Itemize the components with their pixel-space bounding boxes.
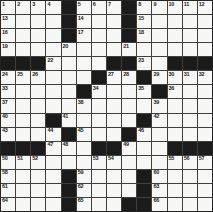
- clue-number-51: 51: [17, 155, 23, 162]
- white-cell-r7c13[interactable]: [183, 85, 197, 98]
- clue-number-46: 46: [138, 127, 144, 134]
- white-cell-r6c8[interactable]: 27: [107, 71, 121, 84]
- white-cell-r1c1[interactable]: 1: [1, 1, 15, 14]
- white-cell-r10c3[interactable]: [31, 128, 45, 141]
- white-cell-r6c3[interactable]: 26: [31, 71, 45, 84]
- black-cell-r14c10: [137, 184, 151, 197]
- white-cell-r9c14[interactable]: [198, 114, 212, 127]
- white-cell-r13c12[interactable]: [168, 170, 182, 183]
- clue-number-13: 13: [2, 15, 8, 22]
- black-cell-r13c10: [137, 170, 151, 183]
- white-cell-r14c14[interactable]: [198, 184, 212, 197]
- white-cell-r2c10[interactable]: 15: [137, 15, 151, 28]
- white-cell-r7c12[interactable]: 36: [168, 85, 182, 98]
- black-cell-r5c9: [122, 57, 136, 70]
- black-cell-r11c2: [16, 142, 30, 155]
- white-cell-r11c5[interactable]: 48: [62, 142, 76, 155]
- white-cell-r15c1[interactable]: 64: [1, 198, 15, 211]
- white-cell-r1c13[interactable]: 11: [183, 1, 197, 14]
- white-cell-r13c3[interactable]: [31, 170, 45, 183]
- white-cell-r7c1[interactable]: 33: [1, 85, 15, 98]
- black-cell-r5c2: [16, 57, 30, 70]
- black-cell-r5c13: [183, 57, 197, 70]
- white-cell-r4c6[interactable]: [77, 43, 91, 56]
- white-cell-r15c3[interactable]: [31, 198, 45, 211]
- black-cell-r11c14: [198, 142, 212, 155]
- white-cell-r6c13[interactable]: 31: [183, 71, 197, 84]
- white-cell-r12c4[interactable]: [46, 156, 60, 169]
- black-cell-r14c5: [62, 184, 76, 197]
- clue-number-43: 43: [2, 127, 8, 134]
- black-cell-r11c8: [107, 142, 121, 155]
- white-cell-r4c9[interactable]: 21: [122, 43, 136, 56]
- white-cell-r6c1[interactable]: 24: [1, 71, 15, 84]
- black-cell-r13c5: [62, 170, 76, 183]
- white-cell-r9c7[interactable]: [92, 114, 106, 127]
- white-cell-r8c12[interactable]: [168, 99, 182, 112]
- white-cell-r8c10[interactable]: [137, 99, 151, 112]
- black-cell-r3c9: [122, 29, 136, 42]
- white-cell-r12c12[interactable]: 55: [168, 156, 182, 169]
- white-cell-r10c14[interactable]: [198, 128, 212, 141]
- clue-number-7: 7: [108, 1, 111, 8]
- clue-number-47: 47: [47, 141, 53, 148]
- clue-number-60: 60: [153, 169, 159, 176]
- clue-number-10: 10: [169, 1, 175, 8]
- white-cell-r9c5[interactable]: 41: [62, 114, 76, 127]
- black-cell-r6c7: [92, 71, 106, 84]
- white-cell-r3c7[interactable]: [92, 29, 106, 42]
- clue-number-53: 53: [93, 155, 99, 162]
- white-cell-r12c6[interactable]: [77, 156, 91, 169]
- white-cell-r11c4[interactable]: 47: [46, 142, 60, 155]
- clue-number-36: 36: [169, 85, 175, 92]
- clue-number-45: 45: [78, 127, 84, 134]
- clue-number-18: 18: [138, 29, 144, 36]
- white-cell-r13c14[interactable]: [198, 170, 212, 183]
- white-cell-r1c8[interactable]: 7: [107, 1, 121, 14]
- black-cell-r11c13: [183, 142, 197, 155]
- white-cell-r11c10[interactable]: [137, 142, 151, 155]
- clue-number-55: 55: [169, 155, 175, 162]
- white-cell-r5c5[interactable]: [62, 57, 76, 70]
- white-cell-r7c3[interactable]: [31, 85, 45, 98]
- white-cell-r10c7[interactable]: [92, 128, 106, 141]
- white-cell-r9c3[interactable]: [31, 114, 45, 127]
- white-cell-r15c11[interactable]: 66: [152, 198, 166, 211]
- white-cell-r5c10[interactable]: 23: [137, 57, 151, 70]
- clue-number-4: 4: [47, 1, 50, 8]
- clue-number-35: 35: [138, 85, 144, 92]
- white-cell-r9c13[interactable]: [183, 114, 197, 127]
- clue-number-12: 12: [199, 1, 205, 8]
- white-cell-r10c10[interactable]: 46: [137, 128, 151, 141]
- white-cell-r12c9[interactable]: [122, 156, 136, 169]
- white-cell-r2c1[interactable]: 13: [1, 15, 15, 28]
- white-cell-r8c5[interactable]: [62, 99, 76, 112]
- white-cell-r10c11[interactable]: [152, 128, 166, 141]
- black-cell-r6c10: [137, 71, 151, 84]
- white-cell-r4c1[interactable]: 19: [1, 43, 15, 56]
- white-cell-r10c1[interactable]: 43: [1, 128, 15, 141]
- white-cell-r3c2[interactable]: [16, 29, 30, 42]
- white-cell-r10c6[interactable]: 45: [77, 128, 91, 141]
- black-cell-r2c5: [62, 15, 76, 28]
- white-cell-r7c5[interactable]: [62, 85, 76, 98]
- clue-number-21: 21: [123, 43, 129, 50]
- white-cell-r10c4[interactable]: 44: [46, 128, 60, 141]
- white-cell-r13c4[interactable]: [46, 170, 60, 183]
- white-cell-r3c3[interactable]: [31, 29, 45, 42]
- white-cell-r1c10[interactable]: 8: [137, 1, 151, 14]
- white-cell-r13c13[interactable]: [183, 170, 197, 183]
- white-cell-r12c5[interactable]: [62, 156, 76, 169]
- black-cell-r11c3: [31, 142, 45, 155]
- clue-number-48: 48: [63, 141, 69, 148]
- white-cell-r1c14[interactable]: 12: [198, 1, 212, 14]
- white-cell-r7c4[interactable]: [46, 85, 60, 98]
- white-cell-r14c7[interactable]: [92, 184, 106, 197]
- white-cell-r15c2[interactable]: [16, 198, 30, 211]
- white-cell-r3c11[interactable]: [152, 29, 166, 42]
- clue-number-3: 3: [32, 1, 35, 8]
- white-cell-r4c2[interactable]: [16, 43, 30, 56]
- white-cell-r8c1[interactable]: 37: [1, 99, 15, 112]
- black-cell-r5c8: [107, 57, 121, 70]
- clue-number-25: 25: [17, 71, 23, 78]
- clue-number-1: 1: [2, 1, 5, 8]
- clue-number-20: 20: [63, 43, 69, 50]
- black-cell-r15c5: [62, 198, 76, 211]
- white-cell-r8c4[interactable]: [46, 99, 60, 112]
- white-cell-r2c11[interactable]: [152, 15, 166, 28]
- black-cell-r9c10: [137, 114, 151, 127]
- white-cell-r3c10[interactable]: 18: [137, 29, 151, 42]
- white-cell-r9c8[interactable]: [107, 114, 121, 127]
- clue-number-5: 5: [78, 1, 81, 8]
- white-cell-r12c1[interactable]: 50: [1, 156, 15, 169]
- white-cell-r3c1[interactable]: 16: [1, 29, 15, 42]
- white-cell-r10c12[interactable]: [168, 128, 182, 141]
- white-cell-r12c2[interactable]: 51: [16, 156, 30, 169]
- white-cell-r9c9[interactable]: [122, 114, 136, 127]
- white-cell-r8c9[interactable]: [122, 99, 136, 112]
- white-cell-r2c12[interactable]: [168, 15, 182, 28]
- white-cell-r7c9[interactable]: [122, 85, 136, 98]
- white-cell-r15c14[interactable]: [198, 198, 212, 211]
- clue-number-41: 41: [63, 113, 69, 120]
- white-cell-r14c4[interactable]: [46, 184, 60, 197]
- clue-number-44: 44: [47, 127, 53, 134]
- white-cell-r1c11[interactable]: 9: [152, 1, 166, 14]
- white-cell-r1c4[interactable]: 4: [46, 1, 60, 14]
- white-cell-r3c6[interactable]: 17: [77, 29, 91, 42]
- clue-number-65: 65: [78, 197, 84, 204]
- black-cell-r11c12: [168, 142, 182, 155]
- white-cell-r8c11[interactable]: 39: [152, 99, 166, 112]
- black-cell-r10c9: [122, 128, 136, 141]
- white-cell-r6c9[interactable]: 28: [122, 71, 136, 84]
- white-cell-r8c6[interactable]: 38: [77, 99, 91, 112]
- white-cell-r15c8[interactable]: [107, 198, 121, 211]
- clue-number-11: 11: [184, 1, 189, 8]
- white-cell-r1c12[interactable]: 10: [168, 1, 182, 14]
- black-cell-r15c9: [122, 198, 136, 211]
- white-cell-r8c13[interactable]: [183, 99, 197, 112]
- white-cell-r12c11[interactable]: [152, 156, 166, 169]
- clue-number-42: 42: [153, 113, 159, 120]
- white-cell-r9c1[interactable]: 40: [1, 114, 15, 127]
- white-cell-r6c4[interactable]: [46, 71, 60, 84]
- white-cell-r12c8[interactable]: 54: [107, 156, 121, 169]
- white-cell-r8c8[interactable]: [107, 99, 121, 112]
- white-cell-r1c2[interactable]: 2: [16, 1, 30, 14]
- white-cell-r3c4[interactable]: [46, 29, 60, 42]
- white-cell-r6c2[interactable]: 25: [16, 71, 30, 84]
- crossword-grid: 1234567891011121314151617181920212223242…: [0, 0, 213, 212]
- clue-number-14: 14: [78, 15, 84, 22]
- white-cell-r4c8[interactable]: [107, 43, 121, 56]
- clue-number-2: 2: [17, 1, 20, 8]
- white-cell-r15c12[interactable]: [168, 198, 182, 211]
- white-cell-r6c11[interactable]: 29: [152, 71, 166, 84]
- white-cell-r13c6[interactable]: 59: [77, 170, 91, 183]
- white-cell-r14c11[interactable]: 63: [152, 184, 166, 197]
- white-cell-r1c6[interactable]: 5: [77, 1, 91, 14]
- white-cell-r13c1[interactable]: 58: [1, 170, 15, 183]
- clue-number-19: 19: [2, 43, 8, 50]
- white-cell-r8c14[interactable]: [198, 99, 212, 112]
- white-cell-r8c3[interactable]: [31, 99, 45, 112]
- white-cell-r3c8[interactable]: [107, 29, 121, 42]
- white-cell-r10c8[interactable]: [107, 128, 121, 141]
- white-cell-r1c7[interactable]: 6: [92, 1, 106, 14]
- clue-number-64: 64: [2, 197, 8, 204]
- clue-number-32: 32: [199, 71, 205, 78]
- white-cell-r11c6[interactable]: [77, 142, 91, 155]
- white-cell-r14c3[interactable]: [31, 184, 45, 197]
- white-cell-r15c13[interactable]: [183, 198, 197, 211]
- white-cell-r7c2[interactable]: [16, 85, 30, 98]
- white-cell-r8c7[interactable]: [92, 99, 106, 112]
- white-cell-r13c8[interactable]: [107, 170, 121, 183]
- clue-number-31: 31: [184, 71, 190, 78]
- white-cell-r9c2[interactable]: [16, 114, 30, 127]
- white-cell-r6c12[interactable]: 30: [168, 71, 182, 84]
- white-cell-r6c5[interactable]: [62, 71, 76, 84]
- white-cell-r4c13[interactable]: [183, 43, 197, 56]
- white-cell-r7c10[interactable]: 35: [137, 85, 151, 98]
- white-cell-r7c8[interactable]: [107, 85, 121, 98]
- clue-number-26: 26: [32, 71, 38, 78]
- white-cell-r4c4[interactable]: [46, 43, 60, 56]
- white-cell-r12c3[interactable]: 52: [31, 156, 45, 169]
- white-cell-r2c8[interactable]: [107, 15, 121, 28]
- clue-number-29: 29: [153, 71, 159, 78]
- black-cell-r11c1: [1, 142, 15, 155]
- clue-number-61: 61: [2, 183, 8, 190]
- clue-number-33: 33: [2, 85, 8, 92]
- black-cell-r7c6: [77, 85, 91, 98]
- clue-number-34: 34: [93, 85, 99, 92]
- white-cell-r14c2[interactable]: [16, 184, 30, 197]
- white-cell-r11c11[interactable]: [152, 142, 166, 155]
- black-cell-r5c14: [198, 57, 212, 70]
- white-cell-r9c12[interactable]: [168, 114, 182, 127]
- white-cell-r1c3[interactable]: 3: [31, 1, 45, 14]
- white-cell-r15c6[interactable]: 65: [77, 198, 91, 211]
- white-cell-r4c3[interactable]: [31, 43, 45, 56]
- clue-number-28: 28: [123, 71, 129, 78]
- white-cell-r2c13[interactable]: [183, 15, 197, 28]
- white-cell-r5c7[interactable]: [92, 57, 106, 70]
- black-cell-r9c4: [46, 114, 60, 127]
- white-cell-r12c10[interactable]: [137, 156, 151, 169]
- clue-number-23: 23: [138, 57, 144, 64]
- white-cell-r13c11[interactable]: 60: [152, 170, 166, 183]
- white-cell-r15c7[interactable]: [92, 198, 106, 211]
- white-cell-r9c6[interactable]: [77, 114, 91, 127]
- clue-number-63: 63: [153, 183, 159, 190]
- white-cell-r2c14[interactable]: [198, 15, 212, 28]
- white-cell-r13c7[interactable]: [92, 170, 106, 183]
- black-cell-r1c9: [122, 1, 136, 14]
- clue-number-50: 50: [2, 155, 8, 162]
- clue-number-56: 56: [184, 155, 190, 162]
- white-cell-r14c1[interactable]: 61: [1, 184, 15, 197]
- white-cell-r12c14[interactable]: 57: [198, 156, 212, 169]
- white-cell-r12c7[interactable]: 53: [92, 156, 106, 169]
- clue-number-37: 37: [2, 99, 8, 106]
- white-cell-r13c9[interactable]: [122, 170, 136, 183]
- white-cell-r2c2[interactable]: [16, 15, 30, 28]
- clue-number-22: 22: [47, 57, 53, 64]
- white-cell-r13c2[interactable]: [16, 170, 30, 183]
- black-cell-r5c12: [168, 57, 182, 70]
- black-cell-r2c9: [122, 15, 136, 28]
- black-cell-r15c10: [137, 198, 151, 211]
- white-cell-r2c3[interactable]: [31, 15, 45, 28]
- white-cell-r7c14[interactable]: [198, 85, 212, 98]
- black-cell-r10c5: [62, 128, 76, 141]
- white-cell-r14c9[interactable]: [122, 184, 136, 197]
- clue-number-30: 30: [169, 71, 175, 78]
- white-cell-r8c2[interactable]: [16, 99, 30, 112]
- black-cell-r7c11: [152, 85, 166, 98]
- clue-number-40: 40: [2, 113, 8, 120]
- white-cell-r7c7[interactable]: 34: [92, 85, 106, 98]
- clue-number-9: 9: [153, 1, 156, 8]
- clue-number-17: 17: [78, 29, 84, 36]
- white-cell-r6c6[interactable]: [77, 71, 91, 84]
- white-cell-r4c12[interactable]: [168, 43, 182, 56]
- white-cell-r14c6[interactable]: 62: [77, 184, 91, 197]
- white-cell-r10c13[interactable]: [183, 128, 197, 141]
- white-cell-r5c6[interactable]: [77, 57, 91, 70]
- white-cell-r3c13[interactable]: [183, 29, 197, 42]
- white-cell-r11c9[interactable]: 49: [122, 142, 136, 155]
- white-cell-r5c4[interactable]: 22: [46, 57, 60, 70]
- black-cell-r1c5: [62, 1, 76, 14]
- clue-number-57: 57: [199, 155, 205, 162]
- clue-number-15: 15: [138, 15, 144, 22]
- white-cell-r15c4[interactable]: [46, 198, 60, 211]
- white-cell-r4c7[interactable]: [92, 43, 106, 56]
- white-cell-r4c11[interactable]: [152, 43, 166, 56]
- clue-number-38: 38: [78, 99, 84, 106]
- clue-number-24: 24: [2, 71, 8, 78]
- clue-number-66: 66: [153, 197, 159, 204]
- clue-number-6: 6: [93, 1, 96, 8]
- white-cell-r2c6[interactable]: 14: [77, 15, 91, 28]
- white-cell-r4c14[interactable]: [198, 43, 212, 56]
- white-cell-r14c12[interactable]: [168, 184, 182, 197]
- black-cell-r3c5: [62, 29, 76, 42]
- clue-number-54: 54: [108, 155, 114, 162]
- clue-number-59: 59: [78, 169, 84, 176]
- white-cell-r4c5[interactable]: 20: [62, 43, 76, 56]
- white-cell-r12c13[interactable]: 56: [183, 156, 197, 169]
- white-cell-r14c13[interactable]: [183, 184, 197, 197]
- clue-number-27: 27: [108, 71, 114, 78]
- clue-number-58: 58: [2, 169, 8, 176]
- black-cell-r5c1: [1, 57, 15, 70]
- clue-number-39: 39: [153, 99, 159, 106]
- clue-number-8: 8: [138, 1, 141, 8]
- clue-number-62: 62: [78, 183, 84, 190]
- white-cell-r3c14[interactable]: [198, 29, 212, 42]
- white-cell-r4c10[interactable]: [137, 43, 151, 56]
- black-cell-r5c3: [31, 57, 45, 70]
- black-cell-r11c7: [92, 142, 106, 155]
- white-cell-r2c4[interactable]: [46, 15, 60, 28]
- white-cell-r5c11[interactable]: [152, 57, 166, 70]
- clue-number-49: 49: [123, 141, 129, 148]
- white-cell-r2c7[interactable]: [92, 15, 106, 28]
- clue-number-52: 52: [32, 155, 38, 162]
- white-cell-r3c12[interactable]: [168, 29, 182, 42]
- clue-number-16: 16: [2, 29, 8, 36]
- white-cell-r9c11[interactable]: 42: [152, 114, 166, 127]
- white-cell-r6c14[interactable]: 32: [198, 71, 212, 84]
- white-cell-r10c2[interactable]: [16, 128, 30, 141]
- white-cell-r14c8[interactable]: [107, 184, 121, 197]
